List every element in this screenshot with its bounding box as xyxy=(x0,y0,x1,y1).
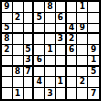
cell-r8c6-given: 1 xyxy=(56,77,67,88)
cell-r1c4-empty[interactable] xyxy=(34,2,45,13)
cell-r3c1-given: 5 xyxy=(2,24,13,35)
cell-r6c5-empty[interactable] xyxy=(45,56,56,67)
cell-r1c7-empty[interactable] xyxy=(67,2,78,13)
cell-r5c7-given: 6 xyxy=(67,45,78,56)
cell-r1c8-given: 1 xyxy=(77,2,88,13)
cell-r8c8-given: 2 xyxy=(77,77,88,88)
cell-r7c7-empty[interactable] xyxy=(67,67,78,78)
cell-r4c8-empty[interactable] xyxy=(77,34,88,45)
cell-r9c3-empty[interactable] xyxy=(24,88,35,99)
cell-r8c5-empty[interactable] xyxy=(45,77,56,88)
cell-r2c8-empty[interactable] xyxy=(77,13,88,24)
cell-r7c1-empty[interactable] xyxy=(2,67,13,78)
cell-r8c3-empty[interactable] xyxy=(24,77,35,88)
cell-r9c6-empty[interactable] xyxy=(56,88,67,99)
cell-r7c5-empty[interactable] xyxy=(45,67,56,78)
cell-r1c1-given: 9 xyxy=(2,2,13,13)
cell-r2c3-empty[interactable] xyxy=(24,13,35,24)
cell-r6c6-empty[interactable] xyxy=(56,56,67,67)
cell-r5c2-empty[interactable] xyxy=(13,45,24,56)
cell-r3c6-empty[interactable] xyxy=(56,24,67,35)
cell-r3c9-empty[interactable] xyxy=(88,24,99,35)
cell-r2c9-empty[interactable] xyxy=(88,13,99,24)
cell-r8c2-empty[interactable] xyxy=(13,77,24,88)
cell-r9c9-given: 7 xyxy=(88,88,99,99)
cell-r3c3-empty[interactable] xyxy=(24,24,35,35)
cell-r4c9-empty[interactable] xyxy=(88,34,99,45)
cell-r8c7-empty[interactable] xyxy=(67,77,78,88)
cell-r3c4-empty[interactable] xyxy=(34,24,45,35)
cell-r9c1-empty[interactable] xyxy=(2,88,13,99)
cell-r4c1-given: 8 xyxy=(2,34,13,45)
cell-r4c5-empty[interactable] xyxy=(45,34,56,45)
cell-r2c4-given: 5 xyxy=(34,13,45,24)
cell-r9c5-given: 3 xyxy=(45,88,56,99)
cell-r2c2-given: 2 xyxy=(13,13,24,24)
cell-r5c5-given: 1 xyxy=(45,45,56,56)
cell-r5c8-empty[interactable] xyxy=(77,45,88,56)
cell-r1c6-empty[interactable] xyxy=(56,2,67,13)
cell-r7c9-given: 5 xyxy=(88,67,99,78)
cell-r3c5-empty[interactable] xyxy=(45,24,56,35)
cell-r6c2-empty[interactable] xyxy=(13,56,24,67)
cell-r9c7-empty[interactable] xyxy=(67,88,78,99)
cell-r6c9-given: 1 xyxy=(88,56,99,67)
cell-r5c1-given: 2 xyxy=(2,45,13,56)
cell-r6c3-given: 3 xyxy=(24,56,35,67)
cell-r2c7-empty[interactable] xyxy=(67,13,78,24)
cell-r7c3-given: 7 xyxy=(24,67,35,78)
cell-r1c2-empty[interactable] xyxy=(13,2,24,13)
cell-r8c1-empty[interactable] xyxy=(2,77,13,88)
cell-r5c4-empty[interactable] xyxy=(34,45,45,56)
cell-r6c7-empty[interactable] xyxy=(67,56,78,67)
cell-r3c8-given: 9 xyxy=(77,24,88,35)
cell-r9c8-empty[interactable] xyxy=(77,88,88,99)
cell-r2c1-empty[interactable] xyxy=(2,13,13,24)
cell-r5c6-empty[interactable] xyxy=(56,45,67,56)
cell-r5c3-given: 5 xyxy=(24,45,35,56)
cell-r7c4-empty[interactable] xyxy=(34,67,45,78)
cell-r3c7-given: 4 xyxy=(67,24,78,35)
cell-r5c9-given: 9 xyxy=(88,45,99,56)
cell-r6c4-given: 6 xyxy=(34,56,45,67)
cell-r1c9-empty[interactable] xyxy=(88,2,99,13)
cell-r4c3-empty[interactable] xyxy=(24,34,35,45)
cell-r4c6-given: 3 xyxy=(56,34,67,45)
cell-r4c7-given: 2 xyxy=(67,34,78,45)
cell-r8c4-given: 4 xyxy=(34,77,45,88)
cell-r9c2-given: 1 xyxy=(13,88,24,99)
cell-r7c2-given: 8 xyxy=(13,67,24,78)
cell-r1c5-given: 8 xyxy=(45,2,56,13)
cell-r2c5-empty[interactable] xyxy=(45,13,56,24)
cell-r1c3-empty[interactable] xyxy=(24,2,35,13)
cell-r9c4-empty[interactable] xyxy=(34,88,45,99)
sudoku-board: 98125654983225169361875412137 xyxy=(0,0,101,101)
cell-r4c2-empty[interactable] xyxy=(13,34,24,45)
cell-r7c8-empty[interactable] xyxy=(77,67,88,78)
cell-r4c4-empty[interactable] xyxy=(34,34,45,45)
cell-r2c6-given: 6 xyxy=(56,13,67,24)
cell-r3c2-empty[interactable] xyxy=(13,24,24,35)
cell-r6c1-empty[interactable] xyxy=(2,56,13,67)
cell-r6c8-empty[interactable] xyxy=(77,56,88,67)
cell-r7c6-empty[interactable] xyxy=(56,67,67,78)
cell-r8c9-empty[interactable] xyxy=(88,77,99,88)
